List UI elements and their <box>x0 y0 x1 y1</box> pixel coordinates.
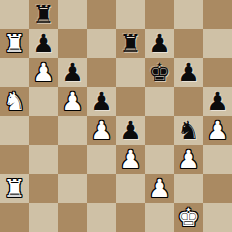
square-c4[interactable] <box>58 116 87 145</box>
square-d7[interactable] <box>87 29 116 58</box>
square-a1[interactable] <box>0 203 29 232</box>
square-b2[interactable] <box>29 174 58 203</box>
square-g5[interactable] <box>174 87 203 116</box>
black-pawn[interactable]: ♟ <box>177 58 199 87</box>
square-b1[interactable] <box>29 203 58 232</box>
square-d3[interactable] <box>87 145 116 174</box>
square-e7[interactable]: ♜ <box>116 29 145 58</box>
square-b5[interactable] <box>29 87 58 116</box>
square-b4[interactable] <box>29 116 58 145</box>
black-pawn[interactable]: ♟ <box>32 29 54 58</box>
square-f5[interactable] <box>145 87 174 116</box>
square-b6[interactable]: ♟ <box>29 58 58 87</box>
square-g7[interactable] <box>174 29 203 58</box>
square-c8[interactable] <box>58 0 87 29</box>
white-pawn[interactable]: ♟ <box>90 116 112 145</box>
square-a3[interactable] <box>0 145 29 174</box>
square-a7[interactable]: ♜ <box>0 29 29 58</box>
square-d1[interactable] <box>87 203 116 232</box>
square-b3[interactable] <box>29 145 58 174</box>
square-h7[interactable] <box>203 29 232 58</box>
square-a8[interactable] <box>0 0 29 29</box>
square-e8[interactable] <box>116 0 145 29</box>
chess-board: ♜♜♟♜♟♟♟♚♟♞♟♟♟♟♟♞♟♟♟♜♟♚ <box>0 0 232 232</box>
white-rook[interactable]: ♜ <box>3 29 25 58</box>
square-h4[interactable]: ♟ <box>203 116 232 145</box>
square-e6[interactable] <box>116 58 145 87</box>
black-king[interactable]: ♚ <box>148 58 170 87</box>
square-c2[interactable] <box>58 174 87 203</box>
square-g6[interactable]: ♟ <box>174 58 203 87</box>
square-d8[interactable] <box>87 0 116 29</box>
square-h3[interactable] <box>203 145 232 174</box>
white-pawn[interactable]: ♟ <box>61 87 83 116</box>
white-knight[interactable]: ♞ <box>3 87 25 116</box>
square-d5[interactable]: ♟ <box>87 87 116 116</box>
square-e5[interactable] <box>116 87 145 116</box>
square-b7[interactable]: ♟ <box>29 29 58 58</box>
square-f2[interactable]: ♟ <box>145 174 174 203</box>
white-pawn[interactable]: ♟ <box>32 58 54 87</box>
square-g1[interactable]: ♚ <box>174 203 203 232</box>
square-e4[interactable]: ♟ <box>116 116 145 145</box>
square-f7[interactable]: ♟ <box>145 29 174 58</box>
square-a2[interactable]: ♜ <box>0 174 29 203</box>
white-rook[interactable]: ♜ <box>3 174 25 203</box>
square-g3[interactable]: ♟ <box>174 145 203 174</box>
square-c3[interactable] <box>58 145 87 174</box>
black-pawn[interactable]: ♟ <box>119 116 141 145</box>
square-c6[interactable]: ♟ <box>58 58 87 87</box>
square-f6[interactable]: ♚ <box>145 58 174 87</box>
square-f1[interactable] <box>145 203 174 232</box>
square-c7[interactable] <box>58 29 87 58</box>
white-pawn[interactable]: ♟ <box>206 116 228 145</box>
square-f4[interactable] <box>145 116 174 145</box>
square-c5[interactable]: ♟ <box>58 87 87 116</box>
white-pawn[interactable]: ♟ <box>148 174 170 203</box>
black-pawn[interactable]: ♟ <box>90 87 112 116</box>
square-g4[interactable]: ♞ <box>174 116 203 145</box>
black-knight[interactable]: ♞ <box>177 116 199 145</box>
square-g2[interactable] <box>174 174 203 203</box>
square-c1[interactable] <box>58 203 87 232</box>
square-d2[interactable] <box>87 174 116 203</box>
white-pawn[interactable]: ♟ <box>177 145 199 174</box>
square-h5[interactable]: ♟ <box>203 87 232 116</box>
black-pawn[interactable]: ♟ <box>61 58 83 87</box>
square-a4[interactable] <box>0 116 29 145</box>
square-h8[interactable] <box>203 0 232 29</box>
square-b8[interactable]: ♜ <box>29 0 58 29</box>
square-e3[interactable]: ♟ <box>116 145 145 174</box>
black-rook[interactable]: ♜ <box>32 0 54 29</box>
square-a6[interactable] <box>0 58 29 87</box>
square-d4[interactable]: ♟ <box>87 116 116 145</box>
square-h2[interactable] <box>203 174 232 203</box>
square-e2[interactable] <box>116 174 145 203</box>
white-pawn[interactable]: ♟ <box>119 145 141 174</box>
black-pawn[interactable]: ♟ <box>148 29 170 58</box>
square-g8[interactable] <box>174 0 203 29</box>
black-rook[interactable]: ♜ <box>119 29 141 58</box>
square-a5[interactable]: ♞ <box>0 87 29 116</box>
square-h6[interactable] <box>203 58 232 87</box>
white-king[interactable]: ♚ <box>177 203 199 232</box>
square-e1[interactable] <box>116 203 145 232</box>
square-d6[interactable] <box>87 58 116 87</box>
square-f3[interactable] <box>145 145 174 174</box>
square-f8[interactable] <box>145 0 174 29</box>
black-pawn[interactable]: ♟ <box>206 87 228 116</box>
square-h1[interactable] <box>203 203 232 232</box>
